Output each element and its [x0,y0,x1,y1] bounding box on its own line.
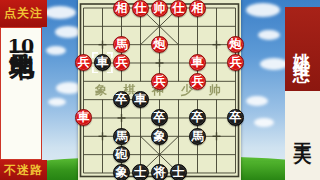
cloud [46,46,66,55]
cloud [246,96,268,106]
xiangqi-board: 象棋神少帅 相仕帅仕相馬炮炮兵車兵車兵兵兵卒車車卒卒卒馬象馬砲象士将士 [78,0,241,180]
piece-red[interactable]: 兵 [227,54,244,71]
piece-red[interactable]: 帅 [151,0,168,17]
piece-red[interactable]: 仕 [132,0,149,17]
piece-red[interactable]: 炮 [151,36,168,53]
episode-number: 10 [8,35,34,57]
piece-red[interactable]: 兵 [75,54,92,71]
piece-red[interactable]: 馬 [113,36,130,53]
cloud [44,6,76,19]
player-name-top: 姚维忠 [285,7,320,91]
piece-red[interactable]: 仕 [170,0,187,17]
piece-black[interactable]: 馬 [189,128,206,145]
piece-black[interactable]: 卒 [189,109,206,126]
follow-banner: 点关注 [0,0,47,27]
piece-red[interactable]: 兵 [189,73,206,90]
cloud [260,58,288,70]
right-banner: 姚维忠 王天一 [285,0,320,180]
piece-red[interactable]: 炮 [227,36,244,53]
player-name-bottom: 王天一 [285,91,320,180]
thumbnail: 点关注 画地为牢 10 不迷路 象棋神少帅 相仕帅仕相馬炮炮兵車兵車兵兵兵卒車車… [0,0,320,180]
title-box: 画地为牢 10 [0,27,42,160]
piece-black[interactable]: 車 [132,91,149,108]
cloud [254,118,274,127]
piece-red[interactable]: 車 [189,54,206,71]
piece-black[interactable]: 将 [151,164,168,180]
cloud [258,30,280,40]
piece-black[interactable]: 砲 [113,146,130,163]
slogan-banner: 不迷路 [0,160,47,180]
piece-black[interactable]: 士 [132,164,149,180]
piece-red[interactable]: 相 [113,0,130,17]
piece-black[interactable]: 卒 [227,109,244,126]
piece-red[interactable]: 兵 [113,54,130,71]
piece-red[interactable]: 車 [75,109,92,126]
piece-red[interactable]: 相 [189,0,206,17]
piece-black[interactable]: 象 [151,128,168,145]
piece-black[interactable]: 馬 [113,128,130,145]
cloud [48,98,66,106]
piece-black[interactable]: 卒 [151,109,168,126]
cloud [246,3,280,17]
piece-black[interactable]: 士 [170,164,187,180]
piece-black[interactable]: 卒 [113,91,130,108]
piece-black[interactable]: 車 [94,54,111,71]
piece-black[interactable]: 象 [113,164,130,180]
left-banner: 点关注 画地为牢 10 不迷路 [0,0,47,180]
piece-red[interactable]: 兵 [151,73,168,90]
